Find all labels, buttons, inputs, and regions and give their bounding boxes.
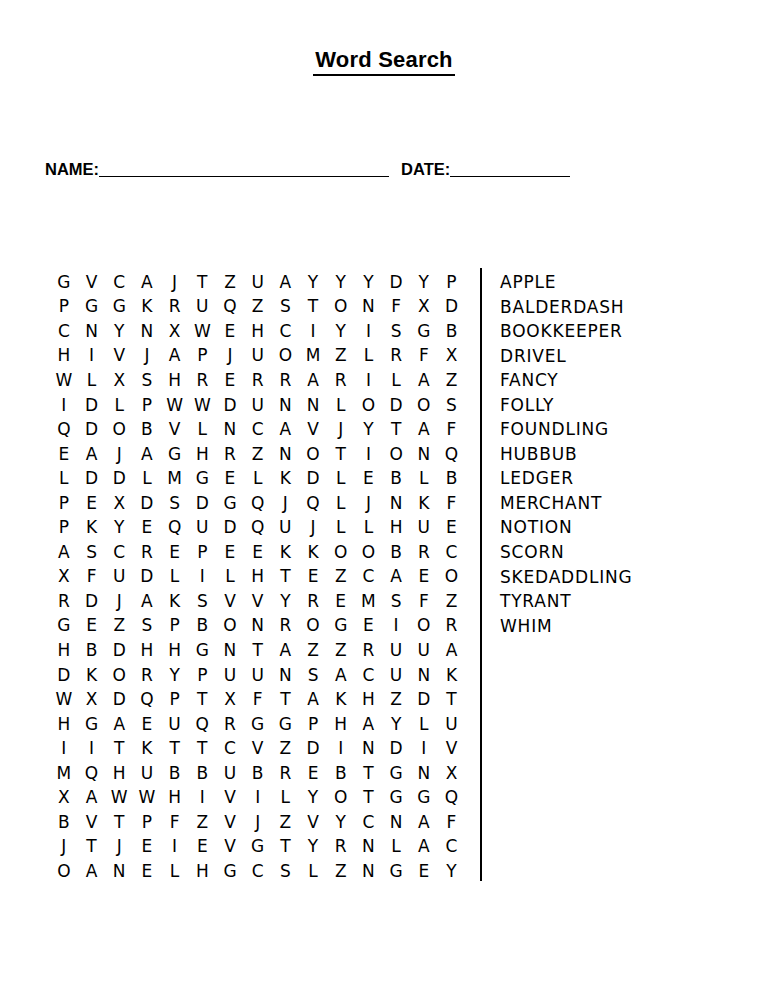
grid-cell-r1c15: P (438, 270, 466, 295)
grid-cell-r19c2: G (78, 712, 106, 737)
grid-cell-r3c5: X (161, 319, 189, 344)
grid-cell-r21c3: H (105, 761, 133, 786)
grid-cell-r13c1: X (50, 565, 78, 590)
grid-cell-r9c3: D (105, 466, 133, 491)
grid-cell-r17c12: C (355, 663, 383, 688)
grid-cell-r24c1: J (50, 835, 78, 860)
grid-cell-r15c9: R (272, 614, 300, 639)
grid-cell-r6c2: D (78, 393, 106, 418)
grid-cell-r4c3: V (105, 344, 133, 369)
grid-cell-r2c14: X (410, 295, 438, 320)
grid-cell-r17c5: Y (161, 663, 189, 688)
grid-cell-r18c15: T (438, 687, 466, 712)
grid-cell-r25c3: N (105, 859, 133, 884)
grid-cell-r1c6: T (188, 270, 216, 295)
grid-cell-r8c1: E (50, 442, 78, 467)
word-list-item: SCORN (500, 540, 632, 565)
grid-cell-r14c8: V (244, 589, 272, 614)
grid-cell-r12c15: C (438, 540, 466, 565)
grid-cell-r4c7: J (216, 344, 244, 369)
worksheet-page: Word Search NAME:DATE: GVCAJTZUAYYYDYPPG… (0, 0, 768, 994)
grid-cell-r4c15: X (438, 344, 466, 369)
grid-cell-r21c1: M (50, 761, 78, 786)
grid-cell-r21c6: B (188, 761, 216, 786)
grid-cell-r4c12: L (355, 344, 383, 369)
grid-cell-r16c11: Z (327, 638, 355, 663)
grid-cell-r24c8: G (244, 835, 272, 860)
grid-cell-r6c14: O (410, 393, 438, 418)
grid-cell-r20c1: I (50, 736, 78, 761)
grid-cell-r17c6: P (188, 663, 216, 688)
grid-cell-r4c11: Z (327, 344, 355, 369)
grid-cell-r11c9: U (272, 515, 300, 540)
grid-cell-r24c14: A (410, 835, 438, 860)
grid-cell-r14c7: V (216, 589, 244, 614)
grid-cell-r11c12: L (355, 515, 383, 540)
word-list-item: FOLLY (500, 393, 632, 418)
grid-cell-r5c2: L (78, 368, 106, 393)
word-list-item: BOOKKEEPER (500, 319, 632, 344)
grid-cell-r21c15: X (438, 761, 466, 786)
grid-cell-r24c2: T (78, 835, 106, 860)
grid-cell-r23c9: Z (272, 810, 300, 835)
grid-cell-r25c5: L (161, 859, 189, 884)
grid-cell-r16c8: T (244, 638, 272, 663)
grid-cell-r15c14: O (410, 614, 438, 639)
grid-cell-r1c10: Y (299, 270, 327, 295)
grid-cell-r16c4: H (133, 638, 161, 663)
divider-line (480, 268, 482, 881)
grid-cell-r13c2: F (78, 565, 106, 590)
grid-cell-r23c10: V (299, 810, 327, 835)
word-list-item: MERCHANT (500, 491, 632, 516)
grid-cell-r12c8: E (244, 540, 272, 565)
grid-cell-r12c1: A (50, 540, 78, 565)
grid-cell-r22c15: Q (438, 785, 466, 810)
grid-cell-r10c1: P (50, 491, 78, 516)
grid-cell-r10c14: K (410, 491, 438, 516)
grid-cell-r13c3: U (105, 565, 133, 590)
grid-cell-r1c8: U (244, 270, 272, 295)
grid-cell-r10c7: G (216, 491, 244, 516)
title-wrap: Word Search (0, 47, 768, 76)
word-list-item: BALDERDASH (500, 295, 632, 320)
grid-cell-r11c7: D (216, 515, 244, 540)
grid-cell-r4c14: F (410, 344, 438, 369)
grid-cell-r7c5: V (161, 417, 189, 442)
grid-cell-r8c3: J (105, 442, 133, 467)
grid-cell-r19c15: U (438, 712, 466, 737)
grid-cell-r7c10: V (299, 417, 327, 442)
grid-cell-r16c2: B (78, 638, 106, 663)
grid-cell-r20c6: T (188, 736, 216, 761)
grid-cell-r17c9: N (272, 663, 300, 688)
grid-cell-r15c8: N (244, 614, 272, 639)
grid-cell-r18c7: X (216, 687, 244, 712)
grid-cell-r5c4: S (133, 368, 161, 393)
grid-cell-r4c2: I (78, 344, 106, 369)
grid-cell-r20c13: D (382, 736, 410, 761)
grid-cell-r12c4: R (133, 540, 161, 565)
name-blank-line (99, 163, 389, 177)
grid-cell-r14c1: R (50, 589, 78, 614)
grid-cell-r24c5: I (161, 835, 189, 860)
grid-cell-r3c13: S (382, 319, 410, 344)
grid-cell-r24c6: E (188, 835, 216, 860)
grid-cell-r2c6: U (188, 295, 216, 320)
grid-cell-r14c14: F (410, 589, 438, 614)
grid-cell-r18c4: Q (133, 687, 161, 712)
grid-cell-r16c9: A (272, 638, 300, 663)
grid-cell-r2c12: N (355, 295, 383, 320)
grid-cell-r9c1: L (50, 466, 78, 491)
grid-cell-r18c8: F (244, 687, 272, 712)
grid-cell-r18c10: A (299, 687, 327, 712)
grid-cell-r19c11: H (327, 712, 355, 737)
grid-cell-r8c9: N (272, 442, 300, 467)
grid-cell-r13c14: E (410, 565, 438, 590)
grid-cell-r9c6: G (188, 466, 216, 491)
grid-cell-r19c5: U (161, 712, 189, 737)
grid-cell-r20c2: I (78, 736, 106, 761)
grid-cell-r5c7: E (216, 368, 244, 393)
grid-cell-r2c2: G (78, 295, 106, 320)
word-list-item: APPLE (500, 270, 632, 295)
grid-cell-r3c7: E (216, 319, 244, 344)
grid-cell-r15c5: P (161, 614, 189, 639)
grid-cell-r10c8: Q (244, 491, 272, 516)
grid-cell-r12c7: E (216, 540, 244, 565)
grid-cell-r12c11: O (327, 540, 355, 565)
grid-cell-r7c3: O (105, 417, 133, 442)
grid-cell-r10c2: E (78, 491, 106, 516)
grid-cell-r5c5: H (161, 368, 189, 393)
grid-cell-r9c8: L (244, 466, 272, 491)
grid-cell-r3c10: I (299, 319, 327, 344)
grid-cell-r11c1: P (50, 515, 78, 540)
grid-cell-r10c15: F (438, 491, 466, 516)
grid-cell-r25c6: H (188, 859, 216, 884)
grid-cell-r21c14: N (410, 761, 438, 786)
grid-cell-r9c14: L (410, 466, 438, 491)
grid-cell-r16c12: R (355, 638, 383, 663)
date-label: DATE: (401, 160, 450, 178)
grid-cell-r13c6: I (188, 565, 216, 590)
grid-cell-r17c15: K (438, 663, 466, 688)
grid-cell-r3c15: B (438, 319, 466, 344)
grid-cell-r3c8: H (244, 319, 272, 344)
grid-cell-r16c15: A (438, 638, 466, 663)
grid-cell-r20c4: K (133, 736, 161, 761)
grid-cell-r20c14: I (410, 736, 438, 761)
grid-cell-r20c3: T (105, 736, 133, 761)
grid-cell-r9c10: D (299, 466, 327, 491)
grid-cell-r18c5: P (161, 687, 189, 712)
grid-cell-r6c1: I (50, 393, 78, 418)
grid-cell-r11c14: U (410, 515, 438, 540)
grid-cell-r20c11: I (327, 736, 355, 761)
word-list-item: FOUNDLING (500, 417, 632, 442)
grid-cell-r7c7: N (216, 417, 244, 442)
grid-cell-r22c9: L (272, 785, 300, 810)
grid-cell-r6c7: D (216, 393, 244, 418)
grid-cell-r7c9: A (272, 417, 300, 442)
grid-cell-r7c13: T (382, 417, 410, 442)
grid-cell-r9c9: K (272, 466, 300, 491)
grid-cell-r8c12: I (355, 442, 383, 467)
grid-cell-r13c4: D (133, 565, 161, 590)
grid-cell-r8c13: O (382, 442, 410, 467)
grid-cell-r21c2: Q (78, 761, 106, 786)
grid-cell-r20c9: Z (272, 736, 300, 761)
grid-cell-r6c13: D (382, 393, 410, 418)
grid-cell-r13c12: C (355, 565, 383, 590)
grid-cell-r24c9: T (272, 835, 300, 860)
grid-cell-r4c10: M (299, 344, 327, 369)
grid-cell-r15c15: R (438, 614, 466, 639)
grid-cell-r23c13: N (382, 810, 410, 835)
grid-cell-r12c3: C (105, 540, 133, 565)
grid-cell-r20c8: V (244, 736, 272, 761)
grid-cell-r6c11: L (327, 393, 355, 418)
grid-cell-r20c12: N (355, 736, 383, 761)
word-list-item: DRIVEL (500, 344, 632, 369)
grid-cell-r14c15: Z (438, 589, 466, 614)
grid-cell-r5c8: R (244, 368, 272, 393)
grid-cell-r9c13: B (382, 466, 410, 491)
grid-cell-r5c13: L (382, 368, 410, 393)
grid-cell-r15c4: S (133, 614, 161, 639)
date-blank-line (450, 163, 570, 177)
grid-cell-r14c13: S (382, 589, 410, 614)
word-list-item: TYRANT (500, 589, 632, 614)
grid-cell-r1c7: Z (216, 270, 244, 295)
grid-cell-r15c12: E (355, 614, 383, 639)
grid-cell-r14c5: K (161, 589, 189, 614)
grid-cell-r11c13: H (382, 515, 410, 540)
grid-cell-r25c15: Y (438, 859, 466, 884)
grid-cell-r7c14: A (410, 417, 438, 442)
grid-cell-r11c10: J (299, 515, 327, 540)
grid-cell-r25c8: C (244, 859, 272, 884)
grid-cell-r7c15: F (438, 417, 466, 442)
grid-cell-r19c10: P (299, 712, 327, 737)
grid-cell-r21c8: B (244, 761, 272, 786)
word-list-item: NOTION (500, 515, 632, 540)
grid-cell-r11c8: Q (244, 515, 272, 540)
grid-cell-r24c4: E (133, 835, 161, 860)
grid-cell-r19c12: A (355, 712, 383, 737)
grid-cell-r21c5: B (161, 761, 189, 786)
grid-cell-r25c14: E (410, 859, 438, 884)
grid-cell-r4c1: H (50, 344, 78, 369)
grid-cell-r12c13: B (382, 540, 410, 565)
grid-cell-r6c12: O (355, 393, 383, 418)
grid-cell-r15c2: E (78, 614, 106, 639)
grid-cell-r4c13: R (382, 344, 410, 369)
word-list-item: WHIM (500, 614, 632, 639)
grid-cell-r2c13: F (382, 295, 410, 320)
grid-cell-r20c15: V (438, 736, 466, 761)
grid-cell-r18c3: D (105, 687, 133, 712)
grid-cell-r13c8: H (244, 565, 272, 590)
grid-cell-r14c11: E (327, 589, 355, 614)
grid-cell-r6c15: S (438, 393, 466, 418)
grid-cell-r25c13: G (382, 859, 410, 884)
grid-cell-r21c11: B (327, 761, 355, 786)
grid-cell-r10c6: D (188, 491, 216, 516)
grid-cell-r12c14: R (410, 540, 438, 565)
grid-cell-r16c13: U (382, 638, 410, 663)
grid-cell-r8c2: A (78, 442, 106, 467)
grid-cell-r15c1: G (50, 614, 78, 639)
grid-cell-r23c15: F (438, 810, 466, 835)
grid-cell-r14c4: A (133, 589, 161, 614)
grid-cell-r18c14: D (410, 687, 438, 712)
grid-cell-r3c6: W (188, 319, 216, 344)
grid-cell-r1c13: D (382, 270, 410, 295)
grid-cell-r22c1: X (50, 785, 78, 810)
grid-cell-r21c10: E (299, 761, 327, 786)
grid-cell-r17c7: U (216, 663, 244, 688)
grid-cell-r6c3: L (105, 393, 133, 418)
grid-cell-r21c12: T (355, 761, 383, 786)
grid-cell-r19c1: H (50, 712, 78, 737)
grid-cell-r1c14: Y (410, 270, 438, 295)
grid-cell-r10c9: J (272, 491, 300, 516)
grid-cell-r9c7: E (216, 466, 244, 491)
grid-cell-r16c7: N (216, 638, 244, 663)
grid-cell-r15c13: I (382, 614, 410, 639)
grid-cell-r5c14: A (410, 368, 438, 393)
grid-cell-r24c11: R (327, 835, 355, 860)
grid-cell-r9c12: E (355, 466, 383, 491)
grid-cell-r19c14: L (410, 712, 438, 737)
grid-cell-r2c7: Q (216, 295, 244, 320)
grid-cell-r24c12: N (355, 835, 383, 860)
grid-cell-r10c10: Q (299, 491, 327, 516)
grid-cell-r8c6: H (188, 442, 216, 467)
grid-cell-r6c9: N (272, 393, 300, 418)
grid-cell-r17c8: U (244, 663, 272, 688)
grid-cell-r7c4: B (133, 417, 161, 442)
grid-cell-r6c6: W (188, 393, 216, 418)
name-label: NAME: (45, 160, 99, 178)
grid-cell-r2c9: S (272, 295, 300, 320)
grid-cell-r4c5: A (161, 344, 189, 369)
grid-cell-r24c3: J (105, 835, 133, 860)
name-date-line: NAME:DATE: (45, 160, 570, 179)
grid-cell-r24c15: C (438, 835, 466, 860)
grid-cell-r8c8: Z (244, 442, 272, 467)
grid-cell-r19c8: G (244, 712, 272, 737)
grid-cell-r2c4: K (133, 295, 161, 320)
grid-cell-r25c11: Z (327, 859, 355, 884)
grid-cell-r16c6: G (188, 638, 216, 663)
grid-cell-r12c5: E (161, 540, 189, 565)
grid-cell-r7c6: L (188, 417, 216, 442)
letter-grid: GVCAJTZUAYYYDYPPGGKRUQZSTONFXDCNYNXWEHCI… (50, 270, 465, 884)
grid-cell-r12c9: K (272, 540, 300, 565)
grid-cell-r7c12: Y (355, 417, 383, 442)
grid-cell-r23c2: V (78, 810, 106, 835)
grid-cell-r9c2: D (78, 466, 106, 491)
grid-cell-r19c4: E (133, 712, 161, 737)
grid-cell-r10c4: D (133, 491, 161, 516)
grid-cell-r1c4: A (133, 270, 161, 295)
grid-cell-r18c6: T (188, 687, 216, 712)
grid-cell-r3c2: N (78, 319, 106, 344)
grid-cell-r10c12: J (355, 491, 383, 516)
grid-cell-r23c4: P (133, 810, 161, 835)
grid-cell-r10c11: L (327, 491, 355, 516)
grid-cell-r22c8: I (244, 785, 272, 810)
grid-cell-r12c2: S (78, 540, 106, 565)
grid-cell-r2c3: G (105, 295, 133, 320)
grid-cell-r1c12: Y (355, 270, 383, 295)
grid-cell-r14c3: J (105, 589, 133, 614)
grid-cell-r8c15: Q (438, 442, 466, 467)
word-list-item: FANCY (500, 368, 632, 393)
grid-cell-r22c11: O (327, 785, 355, 810)
grid-cell-r9c4: L (133, 466, 161, 491)
grid-cell-r5c11: R (327, 368, 355, 393)
grid-cell-r4c9: O (272, 344, 300, 369)
grid-cell-r25c7: G (216, 859, 244, 884)
grid-cell-r23c14: A (410, 810, 438, 835)
grid-cell-r4c8: U (244, 344, 272, 369)
grid-cell-r13c5: L (161, 565, 189, 590)
grid-cell-r11c6: U (188, 515, 216, 540)
grid-cell-r1c2: V (78, 270, 106, 295)
grid-cell-r2c10: T (299, 295, 327, 320)
grid-cell-r21c7: U (216, 761, 244, 786)
grid-cell-r22c3: W (105, 785, 133, 810)
grid-cell-r3c4: N (133, 319, 161, 344)
grid-cell-r7c11: J (327, 417, 355, 442)
grid-cell-r11c4: E (133, 515, 161, 540)
word-list-item: LEDGER (500, 466, 632, 491)
grid-cell-r24c13: L (382, 835, 410, 860)
grid-cell-r9c11: L (327, 466, 355, 491)
grid-cell-r22c14: G (410, 785, 438, 810)
grid-cell-r14c9: Y (272, 589, 300, 614)
grid-cell-r5c1: W (50, 368, 78, 393)
grid-cell-r8c11: T (327, 442, 355, 467)
grid-cell-r3c1: C (50, 319, 78, 344)
grid-cell-r11c5: Q (161, 515, 189, 540)
grid-cell-r13c10: E (299, 565, 327, 590)
grid-cell-r7c1: Q (50, 417, 78, 442)
grid-cell-r19c3: A (105, 712, 133, 737)
grid-cell-r22c6: I (188, 785, 216, 810)
grid-cell-r9c5: M (161, 466, 189, 491)
grid-cell-r25c1: O (50, 859, 78, 884)
grid-cell-r13c13: A (382, 565, 410, 590)
grid-cell-r25c4: E (133, 859, 161, 884)
grid-cell-r22c13: G (382, 785, 410, 810)
grid-cell-r14c2: D (78, 589, 106, 614)
grid-cell-r23c11: Y (327, 810, 355, 835)
grid-cell-r8c5: G (161, 442, 189, 467)
grid-cell-r19c7: R (216, 712, 244, 737)
grid-cell-r2c1: P (50, 295, 78, 320)
grid-cell-r23c6: Z (188, 810, 216, 835)
grid-cell-r5c12: I (355, 368, 383, 393)
grid-cell-r21c9: R (272, 761, 300, 786)
grid-cell-r21c13: G (382, 761, 410, 786)
grid-cell-r8c4: A (133, 442, 161, 467)
